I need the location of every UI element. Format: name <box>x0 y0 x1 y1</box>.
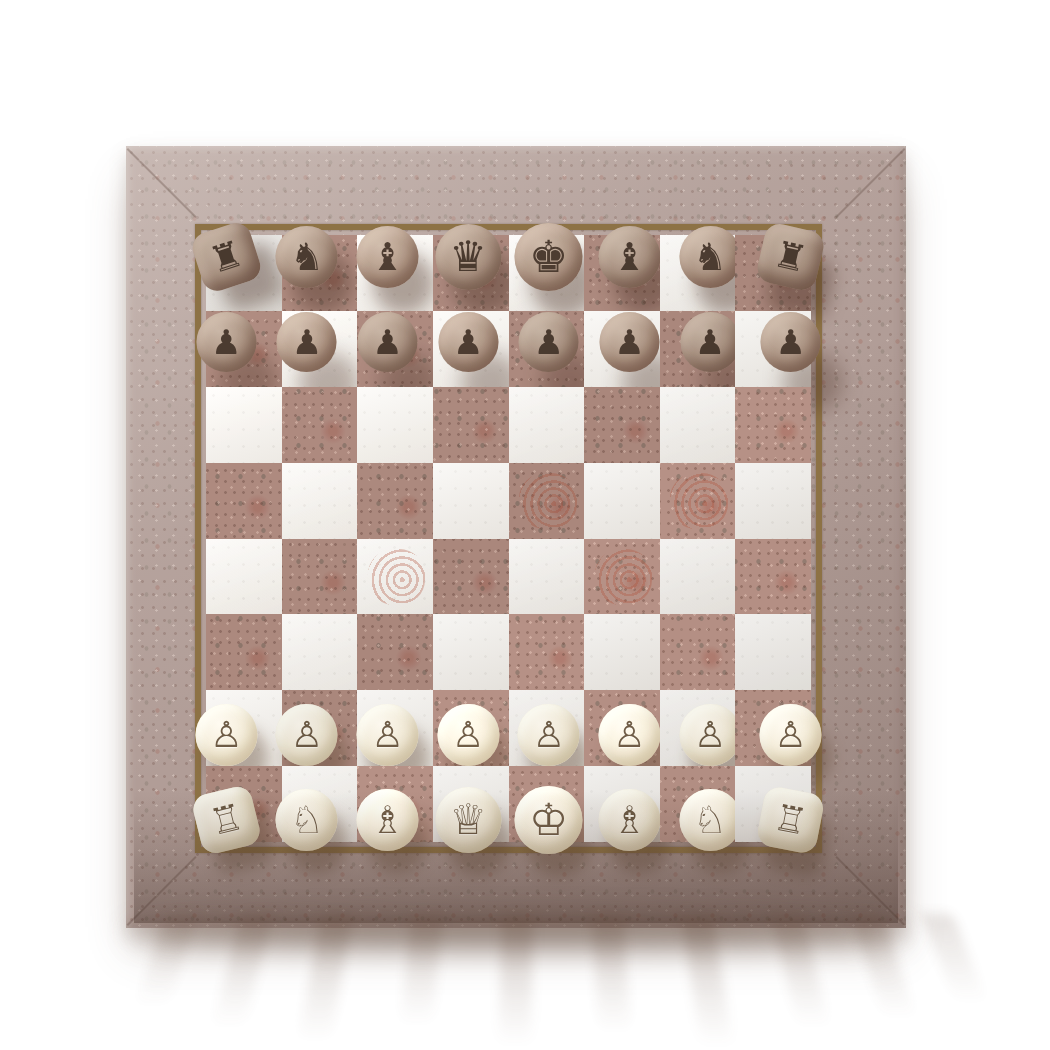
square-d5[interactable] <box>433 463 509 539</box>
square-c7[interactable]: ♟ <box>357 311 433 387</box>
board-grid: ♜♞♝♛♚♝♞♜♟♟♟♟♟♟♟♟♙♙♙♙♙♙♙♙♖♘♗♕♔♗♘♖ <box>206 235 811 842</box>
square-e2[interactable]: ♙ <box>509 690 585 766</box>
square-d8[interactable]: ♛ <box>433 235 509 311</box>
square-d2[interactable]: ♙ <box>433 690 509 766</box>
square-d7[interactable]: ♟ <box>433 311 509 387</box>
piece-black-pawn-d7[interactable]: ♟ <box>438 312 498 372</box>
square-a4[interactable] <box>206 539 282 615</box>
piece-black-pawn-f7[interactable]: ♟ <box>599 312 659 372</box>
square-c1[interactable]: ♗ <box>357 766 433 842</box>
square-b1[interactable]: ♘ <box>282 766 358 842</box>
square-b5[interactable] <box>282 463 358 539</box>
square-b6[interactable] <box>282 387 358 463</box>
square-f8[interactable]: ♝ <box>584 235 660 311</box>
square-e6[interactable] <box>509 387 585 463</box>
piece-black-king-e8[interactable]: ♚ <box>515 223 583 291</box>
square-c8[interactable]: ♝ <box>357 235 433 311</box>
square-h2[interactable]: ♙ <box>735 690 811 766</box>
shadow-streak <box>499 914 533 1050</box>
square-e3[interactable] <box>509 614 585 690</box>
square-a6[interactable] <box>206 387 282 463</box>
piece-white-king-e1[interactable]: ♔ <box>515 786 583 854</box>
shadow-streak <box>134 914 198 1014</box>
square-d3[interactable] <box>433 614 509 690</box>
square-a3[interactable] <box>206 614 282 690</box>
square-f5[interactable] <box>584 463 660 539</box>
square-c3[interactable] <box>357 614 433 690</box>
square-g5[interactable] <box>660 463 736 539</box>
square-h1[interactable]: ♖ <box>735 766 811 842</box>
shadow-streak <box>591 914 632 1042</box>
piece-black-pawn-a7[interactable]: ♟ <box>196 312 256 372</box>
square-h4[interactable] <box>735 539 811 615</box>
piece-black-pawn-g7[interactable]: ♟ <box>680 312 740 372</box>
square-e5[interactable] <box>509 463 585 539</box>
piece-white-bishop-c1[interactable]: ♗ <box>357 789 419 851</box>
square-g1[interactable]: ♘ <box>660 766 736 842</box>
piece-white-knight-b1[interactable]: ♘ <box>276 789 338 851</box>
piece-black-knight-g8[interactable]: ♞ <box>679 226 741 288</box>
shadow-streak <box>921 914 989 1010</box>
piece-white-pawn-g2[interactable]: ♙ <box>679 704 741 766</box>
square-b4[interactable] <box>282 539 358 615</box>
piece-white-bishop-f1[interactable]: ♗ <box>598 789 660 851</box>
square-g7[interactable]: ♟ <box>660 311 736 387</box>
square-c2[interactable]: ♙ <box>357 690 433 766</box>
square-g4[interactable] <box>660 539 736 615</box>
shadow-streak <box>851 914 918 1026</box>
frame-mitre-bottom-right <box>835 856 905 926</box>
square-f7[interactable]: ♟ <box>584 311 660 387</box>
square-b7[interactable]: ♟ <box>282 311 358 387</box>
square-f2[interactable]: ♙ <box>584 690 660 766</box>
square-f1[interactable]: ♗ <box>584 766 660 842</box>
square-b8[interactable]: ♞ <box>282 235 358 311</box>
piece-white-queen-d1[interactable]: ♕ <box>435 787 501 853</box>
shadow-streak <box>771 914 831 1036</box>
piece-black-bishop-f8[interactable]: ♝ <box>598 226 660 288</box>
square-h8[interactable]: ♜ <box>735 235 811 311</box>
square-f6[interactable] <box>584 387 660 463</box>
shadow-streak <box>297 914 353 1050</box>
square-c6[interactable] <box>357 387 433 463</box>
cast-shadow-streaks <box>126 928 936 1050</box>
square-e4[interactable] <box>509 539 585 615</box>
square-g3[interactable] <box>660 614 736 690</box>
square-a2[interactable]: ♙ <box>206 690 282 766</box>
piece-white-rook-h1[interactable]: ♖ <box>756 785 826 855</box>
square-c5[interactable] <box>357 463 433 539</box>
piece-black-knight-b8[interactable]: ♞ <box>276 226 338 288</box>
square-e1[interactable]: ♔ <box>509 766 585 842</box>
square-b3[interactable] <box>282 614 358 690</box>
square-f3[interactable] <box>584 614 660 690</box>
piece-white-pawn-c2[interactable]: ♙ <box>357 704 419 766</box>
piece-white-pawn-h2[interactable]: ♙ <box>760 704 822 766</box>
piece-black-pawn-c7[interactable]: ♟ <box>358 312 418 372</box>
board-frame: ♜♞♝♛♚♝♞♜♟♟♟♟♟♟♟♟♙♙♙♙♙♙♙♙♖♘♗♕♔♗♘♖ <box>126 146 906 928</box>
square-h7[interactable]: ♟ <box>735 311 811 387</box>
square-g2[interactable]: ♙ <box>660 690 736 766</box>
piece-white-pawn-e2[interactable]: ♙ <box>518 704 580 766</box>
piece-white-knight-g1[interactable]: ♘ <box>679 789 741 851</box>
piece-black-pawn-e7[interactable]: ♟ <box>519 312 579 372</box>
square-g6[interactable] <box>660 387 736 463</box>
square-a7[interactable]: ♟ <box>206 311 282 387</box>
square-a8[interactable]: ♜ <box>206 235 282 311</box>
square-g8[interactable]: ♞ <box>660 235 736 311</box>
frame-mitre-bottom-left <box>127 856 197 926</box>
piece-white-pawn-f2[interactable]: ♙ <box>598 704 660 766</box>
square-h5[interactable] <box>735 463 811 539</box>
square-d4[interactable] <box>433 539 509 615</box>
square-c4[interactable] <box>357 539 433 615</box>
square-f4[interactable] <box>584 539 660 615</box>
square-d6[interactable] <box>433 387 509 463</box>
shadow-streak <box>210 914 273 1036</box>
square-h3[interactable] <box>735 614 811 690</box>
square-d1[interactable]: ♕ <box>433 766 509 842</box>
square-e7[interactable]: ♟ <box>509 311 585 387</box>
square-a5[interactable] <box>206 463 282 539</box>
piece-black-pawn-b7[interactable]: ♟ <box>277 312 337 372</box>
shadow-streak <box>681 914 734 1050</box>
square-b2[interactable]: ♙ <box>282 690 358 766</box>
square-a1[interactable]: ♖ <box>206 766 282 842</box>
frame-mitre-top-left <box>127 148 197 218</box>
piece-white-pawn-a2[interactable]: ♙ <box>195 704 257 766</box>
frame-mitre-top-right <box>835 148 905 218</box>
piece-black-pawn-h7[interactable]: ♟ <box>761 312 821 372</box>
shadow-streak <box>400 914 443 1034</box>
piece-black-bishop-c8[interactable]: ♝ <box>357 226 419 288</box>
chessboard-photo: ♜♞♝♛♚♝♞♜♟♟♟♟♟♟♟♟♙♙♙♙♙♙♙♙♖♘♗♕♔♗♘♖ <box>126 146 906 928</box>
piece-white-pawn-d2[interactable]: ♙ <box>437 704 499 766</box>
square-e8[interactable]: ♚ <box>509 235 585 311</box>
piece-white-pawn-b2[interactable]: ♙ <box>276 704 338 766</box>
piece-black-queen-d8[interactable]: ♛ <box>435 224 501 290</box>
square-h6[interactable] <box>735 387 811 463</box>
